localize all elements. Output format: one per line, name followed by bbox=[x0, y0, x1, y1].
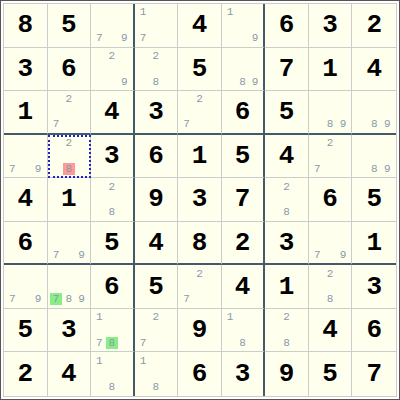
pencil-marks: 19 bbox=[222, 4, 264, 47]
pencil-marks: 18 bbox=[91, 352, 133, 396]
pencil-mark-7: 7 bbox=[180, 118, 193, 131]
cell-r1c1[interactable]: 8 bbox=[4, 4, 48, 48]
cell-value: 5 bbox=[178, 48, 221, 91]
cell-r7c4[interactable]: 5 bbox=[135, 265, 179, 309]
pencil-marks: 27 bbox=[178, 265, 221, 308]
pencil-mark-8: 8 bbox=[106, 206, 119, 219]
cell-r3c3[interactable]: 4 bbox=[91, 91, 135, 135]
sudoku-board: 8579174196323629285897141274327658989792… bbox=[3, 3, 397, 397]
cell-r2c2[interactable]: 6 bbox=[48, 48, 92, 92]
cell-r2c5[interactable]: 5 bbox=[178, 48, 222, 92]
cell-r4c3[interactable]: 3 bbox=[91, 135, 135, 179]
pencil-mark-7: 7 bbox=[311, 249, 324, 262]
cell-value: 3 bbox=[91, 135, 133, 178]
cell-r1c8[interactable]: 3 bbox=[309, 4, 353, 48]
pencil-mark-8: 8 bbox=[106, 381, 119, 394]
cell-r8c1[interactable]: 5 bbox=[4, 309, 48, 353]
cell-r1c9[interactable]: 2 bbox=[352, 4, 396, 48]
pencil-marks: 17 bbox=[135, 4, 178, 47]
pencil-marks: 79 bbox=[48, 222, 91, 264]
cell-r2c9[interactable]: 4 bbox=[352, 48, 396, 92]
cell-value: 6 bbox=[4, 222, 47, 264]
cell-r6c3[interactable]: 5 bbox=[91, 222, 135, 266]
cell-r3c7[interactable]: 5 bbox=[265, 91, 309, 135]
cell-value: 6 bbox=[309, 178, 352, 221]
cell-r5c7[interactable]: 28 bbox=[265, 178, 309, 222]
pencil-marks: 79 bbox=[309, 222, 352, 264]
pencil-mark-2: 2 bbox=[106, 50, 119, 63]
pencil-mark-9: 9 bbox=[118, 32, 131, 45]
pencil-mark-1: 1 bbox=[93, 311, 106, 324]
cell-r3c4[interactable]: 3 bbox=[135, 91, 179, 135]
cell-r8c3[interactable]: 178 bbox=[91, 309, 135, 353]
cell-value: 7 bbox=[222, 178, 264, 221]
cell-value: 4 bbox=[222, 265, 264, 308]
pencil-mark-8: 8 bbox=[236, 337, 249, 350]
cell-r9c4[interactable]: 18 bbox=[135, 352, 179, 396]
cell-value: 7 bbox=[265, 48, 308, 91]
pencil-mark-1: 1 bbox=[224, 6, 237, 19]
pencil-marks: 28 bbox=[91, 178, 133, 221]
pencil-mark-2: 2 bbox=[324, 267, 337, 280]
cell-value: 1 bbox=[48, 178, 91, 221]
cell-r6c1[interactable]: 6 bbox=[4, 222, 48, 266]
pencil-mark-7: 7 bbox=[137, 337, 150, 350]
cell-r5c9[interactable]: 5 bbox=[352, 178, 396, 222]
cell-value: 4 bbox=[4, 178, 47, 221]
pencil-mark-2: 2 bbox=[193, 267, 206, 280]
cell-value: 7 bbox=[352, 352, 396, 396]
cell-value: 9 bbox=[178, 309, 221, 352]
cell-value: 6 bbox=[135, 135, 178, 178]
cell-value: 6 bbox=[222, 91, 264, 133]
cell-r7c5[interactable]: 27 bbox=[178, 265, 222, 309]
pencil-marks: 27 bbox=[178, 91, 221, 133]
pencil-marks: 29 bbox=[91, 48, 133, 91]
cell-r3c6[interactable]: 6 bbox=[222, 91, 266, 135]
pencil-mark-1: 1 bbox=[137, 354, 150, 367]
cell-value: 1 bbox=[178, 135, 221, 178]
cell-r7c8[interactable]: 28 bbox=[309, 265, 353, 309]
cell-r2c7[interactable]: 7 bbox=[265, 48, 309, 92]
cell-value: 2 bbox=[352, 4, 396, 47]
pencil-mark-7: 7 bbox=[50, 249, 63, 262]
cell-value: 3 bbox=[4, 48, 47, 91]
pencil-marks: 18 bbox=[135, 352, 178, 396]
cell-r2c8[interactable]: 1 bbox=[309, 48, 353, 92]
cell-r6c2[interactable]: 79 bbox=[48, 222, 92, 266]
cell-value: 5 bbox=[352, 178, 396, 221]
pencil-marks: 18 bbox=[222, 309, 264, 352]
cell-value: 5 bbox=[4, 309, 47, 352]
cell-value: 3 bbox=[352, 265, 396, 308]
pencil-mark-9: 9 bbox=[75, 249, 88, 262]
cell-r7c6[interactable]: 4 bbox=[222, 265, 266, 309]
cell-value: 1 bbox=[265, 265, 308, 308]
cell-value: 4 bbox=[48, 352, 91, 396]
cell-r6c5[interactable]: 8 bbox=[178, 222, 222, 266]
pencil-mark-7: 7 bbox=[6, 162, 19, 175]
cell-r5c8[interactable]: 6 bbox=[309, 178, 353, 222]
pencil-mark-2: 2 bbox=[324, 137, 337, 150]
cell-r9c8[interactable]: 5 bbox=[309, 352, 353, 396]
cell-r8c8[interactable]: 4 bbox=[309, 309, 353, 353]
pencil-mark-2: 2 bbox=[150, 311, 163, 324]
cell-value: 3 bbox=[48, 309, 91, 352]
cell-r3c2[interactable]: 27 bbox=[48, 91, 92, 135]
cell-r1c2[interactable]: 5 bbox=[48, 4, 92, 48]
pencil-mark-9: 9 bbox=[337, 249, 350, 262]
cell-r1c6[interactable]: 19 bbox=[222, 4, 266, 48]
pencil-mark-9: 9 bbox=[75, 293, 88, 306]
pencil-marks: 789 bbox=[48, 265, 91, 308]
cell-value: 6 bbox=[48, 48, 91, 91]
cell-r2c3[interactable]: 29 bbox=[91, 48, 135, 92]
pencil-mark-9: 9 bbox=[381, 162, 394, 175]
pencil-marks: 79 bbox=[91, 4, 133, 47]
cell-value: 5 bbox=[91, 222, 133, 264]
sudoku-app-frame: 8579174196323629285897141274327658989792… bbox=[0, 0, 400, 400]
pencil-mark-2: 2 bbox=[280, 311, 293, 324]
cell-r9c9[interactable]: 7 bbox=[352, 352, 396, 396]
pencil-mark-2: 2 bbox=[106, 180, 119, 193]
cell-value: 6 bbox=[265, 4, 308, 47]
cell-value: 1 bbox=[4, 91, 47, 133]
cell-r2c1[interactable]: 3 bbox=[4, 48, 48, 92]
pencil-marks: 89 bbox=[352, 135, 396, 178]
cell-value: 6 bbox=[352, 309, 396, 352]
pencil-mark-8: 8 bbox=[150, 75, 163, 88]
pencil-mark-9: 9 bbox=[249, 75, 262, 88]
cell-value: 3 bbox=[265, 222, 308, 264]
cell-value: 1 bbox=[352, 222, 396, 264]
cell-value: 3 bbox=[178, 178, 221, 221]
cell-r8c5[interactable]: 9 bbox=[178, 309, 222, 353]
cell-r8c9[interactable]: 6 bbox=[352, 309, 396, 353]
pencil-mark-7: 7 bbox=[93, 337, 106, 350]
cell-r3c8[interactable]: 89 bbox=[309, 91, 353, 135]
cell-r5c1[interactable]: 4 bbox=[4, 178, 48, 222]
pencil-marks: 28 bbox=[265, 309, 308, 352]
cell-r4c2[interactable]: 28 bbox=[48, 135, 92, 179]
cell-r3c1[interactable]: 1 bbox=[4, 91, 48, 135]
pencil-mark-9: 9 bbox=[249, 32, 262, 45]
pencil-marks: 28 bbox=[265, 178, 308, 221]
cell-r5c2[interactable]: 1 bbox=[48, 178, 92, 222]
pencil-mark-8: 8 bbox=[62, 293, 75, 306]
pencil-marks: 89 bbox=[222, 48, 264, 91]
cell-r9c5[interactable]: 6 bbox=[178, 352, 222, 396]
pencil-marks: 79 bbox=[4, 265, 47, 308]
cell-r2c4[interactable]: 28 bbox=[135, 48, 179, 92]
pencil-mark-8: 8 bbox=[368, 118, 381, 131]
cell-r9c6[interactable]: 3 bbox=[222, 352, 266, 396]
pencil-mark-7: 7 bbox=[50, 293, 63, 306]
cell-r4c5[interactable]: 1 bbox=[178, 135, 222, 179]
cell-r6c7[interactable]: 3 bbox=[265, 222, 309, 266]
cell-r6c6[interactable]: 2 bbox=[222, 222, 266, 266]
pencil-mark-8: 8 bbox=[368, 162, 381, 175]
cell-value: 6 bbox=[178, 352, 221, 396]
cell-r8c2[interactable]: 3 bbox=[48, 309, 92, 353]
cell-value: 4 bbox=[91, 91, 133, 133]
cell-value: 2 bbox=[222, 222, 264, 264]
cell-value: 1 bbox=[309, 48, 352, 91]
pencil-mark-9: 9 bbox=[118, 75, 131, 88]
cell-r7c2[interactable]: 789 bbox=[48, 265, 92, 309]
pencil-mark-8: 8 bbox=[280, 337, 293, 350]
cell-r6c4[interactable]: 4 bbox=[135, 222, 179, 266]
pencil-mark-8: 8 bbox=[280, 206, 293, 219]
cell-r4c9[interactable]: 89 bbox=[352, 135, 396, 179]
cell-value: 6 bbox=[91, 265, 133, 308]
pencil-marks: 28 bbox=[135, 48, 178, 91]
cell-r4c4[interactable]: 6 bbox=[135, 135, 179, 179]
cell-r3c5[interactable]: 27 bbox=[178, 91, 222, 135]
cell-value: 4 bbox=[352, 48, 396, 91]
cell-r1c4[interactable]: 17 bbox=[135, 4, 179, 48]
cell-r8c4[interactable]: 27 bbox=[135, 309, 179, 353]
cell-value: 3 bbox=[309, 4, 352, 47]
cell-r4c1[interactable]: 79 bbox=[4, 135, 48, 179]
pencil-mark-2: 2 bbox=[193, 93, 206, 106]
pencil-mark-8: 8 bbox=[236, 75, 249, 88]
pencil-mark-7: 7 bbox=[6, 293, 19, 306]
cell-r5c5[interactable]: 3 bbox=[178, 178, 222, 222]
pencil-mark-7: 7 bbox=[50, 118, 63, 131]
cell-r4c6[interactable]: 5 bbox=[222, 135, 266, 179]
pencil-mark-2: 2 bbox=[62, 93, 75, 106]
pencil-mark-2: 2 bbox=[62, 137, 75, 150]
pencil-marks: 178 bbox=[91, 309, 133, 352]
pencil-mark-7: 7 bbox=[93, 32, 106, 45]
cell-value: 8 bbox=[178, 222, 221, 264]
cell-r8c6[interactable]: 18 bbox=[222, 309, 266, 353]
cell-r8c7[interactable]: 28 bbox=[265, 309, 309, 353]
pencil-mark-8: 8 bbox=[324, 118, 337, 131]
pencil-mark-9: 9 bbox=[337, 118, 350, 131]
pencil-mark-2: 2 bbox=[150, 50, 163, 63]
cell-value: 5 bbox=[309, 352, 352, 396]
cell-r4c8[interactable]: 27 bbox=[309, 135, 353, 179]
cell-value: 4 bbox=[265, 135, 308, 178]
cell-r5c6[interactable]: 7 bbox=[222, 178, 266, 222]
pencil-mark-7: 7 bbox=[137, 32, 150, 45]
cell-r7c3[interactable]: 6 bbox=[91, 265, 135, 309]
cell-r6c8[interactable]: 79 bbox=[309, 222, 353, 266]
pencil-mark-9: 9 bbox=[32, 162, 45, 175]
pencil-marks: 79 bbox=[4, 135, 47, 178]
pencil-mark-8: 8 bbox=[150, 381, 163, 394]
pencil-marks: 28 bbox=[48, 135, 91, 178]
pencil-mark-7: 7 bbox=[180, 293, 193, 306]
cell-value: 5 bbox=[265, 91, 308, 133]
cell-r1c3[interactable]: 79 bbox=[91, 4, 135, 48]
cell-value: 3 bbox=[222, 352, 264, 396]
pencil-mark-9: 9 bbox=[381, 118, 394, 131]
cell-value: 2 bbox=[4, 352, 47, 396]
pencil-mark-1: 1 bbox=[224, 311, 237, 324]
pencil-mark-8: 8 bbox=[62, 162, 75, 175]
cell-r9c7[interactable]: 9 bbox=[265, 352, 309, 396]
cell-r1c7[interactable]: 6 bbox=[265, 4, 309, 48]
cell-r9c3[interactable]: 18 bbox=[91, 352, 135, 396]
pencil-mark-9: 9 bbox=[32, 293, 45, 306]
cell-r4c7[interactable]: 4 bbox=[265, 135, 309, 179]
cell-r7c7[interactable]: 1 bbox=[265, 265, 309, 309]
pencil-mark-1: 1 bbox=[93, 354, 106, 367]
cell-r9c2[interactable]: 4 bbox=[48, 352, 92, 396]
pencil-mark-8: 8 bbox=[324, 293, 337, 306]
pencil-marks: 89 bbox=[309, 91, 352, 133]
pencil-marks: 27 bbox=[309, 135, 352, 178]
pencil-marks: 27 bbox=[135, 309, 178, 352]
cell-r3c9[interactable]: 89 bbox=[352, 91, 396, 135]
cell-value: 5 bbox=[222, 135, 264, 178]
pencil-marks: 89 bbox=[352, 91, 396, 133]
cell-r1c5[interactable]: 4 bbox=[178, 4, 222, 48]
cell-value: 5 bbox=[48, 4, 91, 47]
cell-r5c4[interactable]: 9 bbox=[135, 178, 179, 222]
cell-r7c1[interactable]: 79 bbox=[4, 265, 48, 309]
cell-r6c9[interactable]: 1 bbox=[352, 222, 396, 266]
cell-value: 4 bbox=[135, 222, 178, 264]
cell-r5c3[interactable]: 28 bbox=[91, 178, 135, 222]
cell-value: 4 bbox=[309, 309, 352, 352]
pencil-mark-8: 8 bbox=[106, 337, 119, 350]
pencil-marks: 27 bbox=[48, 91, 91, 133]
pencil-mark-7: 7 bbox=[311, 162, 324, 175]
cell-value: 9 bbox=[135, 178, 178, 221]
cell-value: 5 bbox=[135, 265, 178, 308]
cell-r7c9[interactable]: 3 bbox=[352, 265, 396, 309]
cell-r9c1[interactable]: 2 bbox=[4, 352, 48, 396]
cell-value: 8 bbox=[4, 4, 47, 47]
cell-value: 3 bbox=[135, 91, 178, 133]
pencil-mark-2: 2 bbox=[280, 180, 293, 193]
cell-value: 4 bbox=[178, 4, 221, 47]
pencil-mark-1: 1 bbox=[137, 6, 150, 19]
cell-value: 9 bbox=[265, 352, 308, 396]
pencil-marks: 28 bbox=[309, 265, 352, 308]
cell-r2c6[interactable]: 89 bbox=[222, 48, 266, 92]
